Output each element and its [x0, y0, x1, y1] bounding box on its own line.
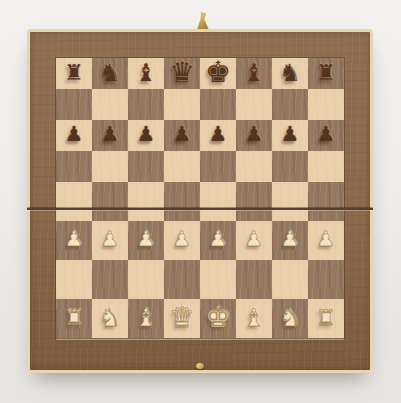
square-c8[interactable]: ♝: [128, 58, 164, 89]
square-h7[interactable]: [308, 89, 344, 120]
square-a1[interactable]: ♜: [56, 299, 92, 338]
square-c4[interactable]: [128, 182, 164, 221]
square-b6[interactable]: ♟: [92, 120, 128, 151]
square-a2[interactable]: [56, 260, 92, 299]
black-pawn-h6[interactable]: ♟: [317, 124, 336, 145]
square-g1[interactable]: ♞: [272, 299, 308, 338]
square-g3[interactable]: ♟: [272, 221, 308, 260]
chess-board-frame: ♜♞♝♛♚♝♞♜♟♟♟♟♟♟♟♟♟♟♟♟♟♟♟♟♜♞♝♛♚♝♞♜: [27, 29, 373, 373]
square-a8[interactable]: ♜: [56, 58, 92, 89]
square-c5[interactable]: [128, 151, 164, 182]
square-f5[interactable]: [236, 151, 272, 182]
white-knight-b1[interactable]: ♞: [99, 306, 121, 330]
black-queen-d8[interactable]: ♛: [169, 59, 194, 87]
photo-background: ♜♞♝♛♚♝♞♜♟♟♟♟♟♟♟♟♟♟♟♟♟♟♟♟♜♞♝♛♚♝♞♜: [0, 0, 401, 403]
square-d6[interactable]: ♟: [164, 120, 200, 151]
white-pawn-f3[interactable]: ♟: [245, 229, 264, 250]
white-pawn-g3[interactable]: ♟: [281, 229, 300, 250]
square-a3[interactable]: ♟: [56, 221, 92, 260]
square-h6[interactable]: ♟: [308, 120, 344, 151]
square-b7[interactable]: [92, 89, 128, 120]
square-c6[interactable]: ♟: [128, 120, 164, 151]
square-b3[interactable]: ♟: [92, 221, 128, 260]
black-pawn-d6[interactable]: ♟: [173, 124, 192, 145]
white-knight-g1[interactable]: ♞: [279, 306, 301, 330]
square-d5[interactable]: [164, 151, 200, 182]
black-pawn-c6[interactable]: ♟: [137, 124, 156, 145]
board-grid: ♜♞♝♛♚♝♞♜♟♟♟♟♟♟♟♟♟♟♟♟♟♟♟♟♜♞♝♛♚♝♞♜: [56, 58, 344, 338]
square-h4[interactable]: [308, 182, 344, 221]
white-pawn-a3[interactable]: ♟: [65, 229, 84, 250]
black-pawn-a6[interactable]: ♟: [65, 124, 84, 145]
square-h8[interactable]: ♜: [308, 58, 344, 89]
square-h2[interactable]: [308, 260, 344, 299]
square-g8[interactable]: ♞: [272, 58, 308, 89]
white-pawn-d3[interactable]: ♟: [173, 229, 192, 250]
square-f7[interactable]: [236, 89, 272, 120]
square-f3[interactable]: ♟: [236, 221, 272, 260]
square-a6[interactable]: ♟: [56, 120, 92, 151]
square-b4[interactable]: [92, 182, 128, 221]
brass-latch-pin: [196, 363, 204, 369]
white-queen-d1[interactable]: ♛: [169, 304, 194, 332]
square-e4[interactable]: [200, 182, 236, 221]
white-king-e1[interactable]: ♚: [205, 303, 231, 332]
black-bishop-f8[interactable]: ♝: [243, 61, 265, 85]
square-e5[interactable]: [200, 151, 236, 182]
square-h1[interactable]: ♜: [308, 299, 344, 338]
square-f6[interactable]: ♟: [236, 120, 272, 151]
white-bishop-c1[interactable]: ♝: [135, 306, 157, 330]
white-bishop-f1[interactable]: ♝: [243, 306, 265, 330]
white-rook-a1[interactable]: ♜: [64, 307, 84, 329]
white-pawn-e3[interactable]: ♟: [209, 229, 228, 250]
square-f4[interactable]: [236, 182, 272, 221]
black-rook-h8[interactable]: ♜: [316, 62, 336, 84]
square-a5[interactable]: [56, 151, 92, 182]
white-pawn-h3[interactable]: ♟: [317, 229, 336, 250]
black-rook-a8[interactable]: ♜: [64, 62, 84, 84]
black-pawn-e6[interactable]: ♟: [209, 124, 228, 145]
square-c3[interactable]: ♟: [128, 221, 164, 260]
black-pawn-g6[interactable]: ♟: [281, 124, 300, 145]
square-f1[interactable]: ♝: [236, 299, 272, 338]
white-rook-h1[interactable]: ♜: [316, 307, 336, 329]
square-e6[interactable]: ♟: [200, 120, 236, 151]
square-b5[interactable]: [92, 151, 128, 182]
square-a7[interactable]: [56, 89, 92, 120]
square-e8[interactable]: ♚: [200, 58, 236, 89]
square-d3[interactable]: ♟: [164, 221, 200, 260]
square-e7[interactable]: [200, 89, 236, 120]
black-knight-b8[interactable]: ♞: [99, 61, 121, 85]
square-g4[interactable]: [272, 182, 308, 221]
square-d4[interactable]: [164, 182, 200, 221]
black-king-e8[interactable]: ♚: [205, 58, 231, 87]
square-b8[interactable]: ♞: [92, 58, 128, 89]
white-pawn-b3[interactable]: ♟: [101, 229, 120, 250]
square-f8[interactable]: ♝: [236, 58, 272, 89]
square-c7[interactable]: [128, 89, 164, 120]
square-g5[interactable]: [272, 151, 308, 182]
square-f2[interactable]: [236, 260, 272, 299]
square-g7[interactable]: [272, 89, 308, 120]
square-b2[interactable]: [92, 260, 128, 299]
black-knight-g8[interactable]: ♞: [279, 61, 301, 85]
square-c1[interactable]: ♝: [128, 299, 164, 338]
square-d7[interactable]: [164, 89, 200, 120]
black-pawn-b6[interactable]: ♟: [101, 124, 120, 145]
black-bishop-c8[interactable]: ♝: [135, 61, 157, 85]
square-d2[interactable]: [164, 260, 200, 299]
square-e2[interactable]: [200, 260, 236, 299]
square-h3[interactable]: ♟: [308, 221, 344, 260]
square-g2[interactable]: [272, 260, 308, 299]
square-h5[interactable]: [308, 151, 344, 182]
playing-area: ♜♞♝♛♚♝♞♜♟♟♟♟♟♟♟♟♟♟♟♟♟♟♟♟♜♞♝♛♚♝♞♜: [56, 58, 344, 338]
square-e3[interactable]: ♟: [200, 221, 236, 260]
square-g6[interactable]: ♟: [272, 120, 308, 151]
square-b1[interactable]: ♞: [92, 299, 128, 338]
square-a4[interactable]: [56, 182, 92, 221]
black-pawn-f6[interactable]: ♟: [245, 124, 264, 145]
square-d8[interactable]: ♛: [164, 58, 200, 89]
square-d1[interactable]: ♛: [164, 299, 200, 338]
square-c2[interactable]: [128, 260, 164, 299]
square-e1[interactable]: ♚: [200, 299, 236, 338]
white-pawn-c3[interactable]: ♟: [137, 229, 156, 250]
hinge-fold-line: [27, 208, 373, 210]
